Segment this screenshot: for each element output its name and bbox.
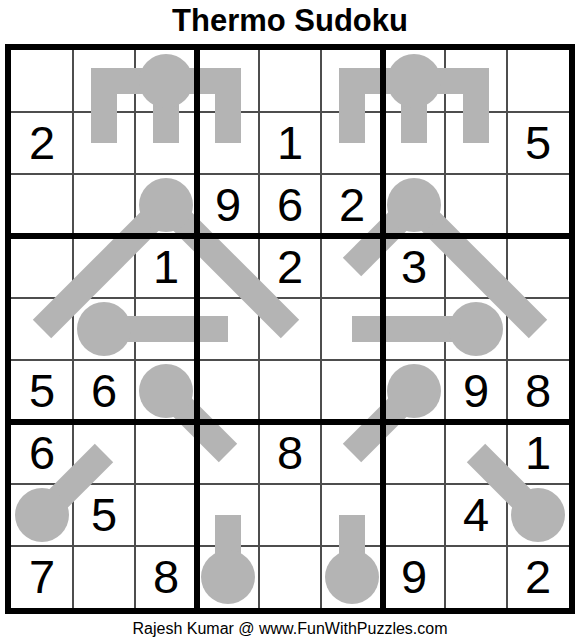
cell-r4c8[interactable] (445, 236, 507, 298)
cell-r8c3[interactable] (135, 484, 197, 546)
cell-r5c6[interactable] (321, 298, 383, 360)
cell-r3c7[interactable] (383, 174, 445, 236)
cell-r3c8[interactable] (445, 174, 507, 236)
cell-r7c6[interactable] (321, 422, 383, 484)
cell-r7c8[interactable] (445, 422, 507, 484)
cell-r9c8[interactable] (445, 546, 507, 608)
cell-r1c2[interactable] (73, 50, 135, 112)
cell-r4c9[interactable] (507, 236, 569, 298)
cell-r4c5[interactable]: 2 (259, 236, 321, 298)
cell-r2c4[interactable] (197, 112, 259, 174)
cell-r7c7[interactable] (383, 422, 445, 484)
cell-r5c2[interactable] (73, 298, 135, 360)
cell-r7c3[interactable] (135, 422, 197, 484)
cell-r9c3[interactable]: 8 (135, 546, 197, 608)
cell-r8c2[interactable]: 5 (73, 484, 135, 546)
cell-r9c9[interactable]: 2 (507, 546, 569, 608)
cell-r3c4[interactable]: 9 (197, 174, 259, 236)
cell-r5c7[interactable] (383, 298, 445, 360)
cell-r6c1[interactable]: 5 (11, 360, 73, 422)
cell-r8c7[interactable] (383, 484, 445, 546)
cell-r3c9[interactable] (507, 174, 569, 236)
cell-r8c9[interactable] (507, 484, 569, 546)
cell-r4c3[interactable]: 1 (135, 236, 197, 298)
cell-r9c1[interactable]: 7 (11, 546, 73, 608)
cell-r2c8[interactable] (445, 112, 507, 174)
cell-r1c9[interactable] (507, 50, 569, 112)
cell-r8c6[interactable] (321, 484, 383, 546)
cell-r6c9[interactable]: 8 (507, 360, 569, 422)
cell-r6c2[interactable]: 6 (73, 360, 135, 422)
credit-text: Rajesh Kumar @ www.FunWithPuzzles.com (0, 620, 580, 638)
cell-r3c6[interactable]: 2 (321, 174, 383, 236)
cell-r9c6[interactable] (321, 546, 383, 608)
cell-r6c4[interactable] (197, 360, 259, 422)
cell-r8c1[interactable] (11, 484, 73, 546)
cell-r4c6[interactable] (321, 236, 383, 298)
cell-r9c7[interactable]: 9 (383, 546, 445, 608)
cell-r6c6[interactable] (321, 360, 383, 422)
cell-r1c5[interactable] (259, 50, 321, 112)
cell-r7c5[interactable]: 8 (259, 422, 321, 484)
cell-r2c6[interactable] (321, 112, 383, 174)
cell-r3c3[interactable] (135, 174, 197, 236)
cell-r5c3[interactable] (135, 298, 197, 360)
cell-r4c4[interactable] (197, 236, 259, 298)
cell-r6c7[interactable] (383, 360, 445, 422)
page: Thermo Sudoku 2159621235698681547892 Raj… (0, 3, 580, 640)
puzzle-title: Thermo Sudoku (0, 3, 580, 39)
cell-r7c2[interactable] (73, 422, 135, 484)
cell-r5c8[interactable] (445, 298, 507, 360)
cell-r5c9[interactable] (507, 298, 569, 360)
cell-r2c5[interactable]: 1 (259, 112, 321, 174)
cell-r4c2[interactable] (73, 236, 135, 298)
cell-r9c4[interactable] (197, 546, 259, 608)
cell-r9c5[interactable] (259, 546, 321, 608)
cell-r6c3[interactable] (135, 360, 197, 422)
cell-r3c5[interactable]: 6 (259, 174, 321, 236)
cell-r3c2[interactable] (73, 174, 135, 236)
cell-r5c5[interactable] (259, 298, 321, 360)
cell-r8c8[interactable]: 4 (445, 484, 507, 546)
cell-r2c3[interactable] (135, 112, 197, 174)
cell-r5c4[interactable] (197, 298, 259, 360)
cell-r1c3[interactable] (135, 50, 197, 112)
cells-grid: 2159621235698681547892 (11, 50, 569, 608)
cell-r1c7[interactable] (383, 50, 445, 112)
cell-r9c2[interactable] (73, 546, 135, 608)
cell-r2c1[interactable]: 2 (11, 112, 73, 174)
cell-r1c1[interactable] (11, 50, 73, 112)
cell-r7c9[interactable]: 1 (507, 422, 569, 484)
sudoku-board: 2159621235698681547892 (5, 44, 575, 614)
cell-r8c5[interactable] (259, 484, 321, 546)
cell-r5c1[interactable] (11, 298, 73, 360)
cell-r2c7[interactable] (383, 112, 445, 174)
cell-r6c5[interactable] (259, 360, 321, 422)
cell-r7c4[interactable] (197, 422, 259, 484)
cell-r2c2[interactable] (73, 112, 135, 174)
cell-r2c9[interactable]: 5 (507, 112, 569, 174)
cell-r6c8[interactable]: 9 (445, 360, 507, 422)
cell-r1c8[interactable] (445, 50, 507, 112)
cell-r8c4[interactable] (197, 484, 259, 546)
cell-r7c1[interactable]: 6 (11, 422, 73, 484)
cell-r3c1[interactable] (11, 174, 73, 236)
cell-r4c7[interactable]: 3 (383, 236, 445, 298)
cell-r1c6[interactable] (321, 50, 383, 112)
cell-r1c4[interactable] (197, 50, 259, 112)
cell-r4c1[interactable] (11, 236, 73, 298)
